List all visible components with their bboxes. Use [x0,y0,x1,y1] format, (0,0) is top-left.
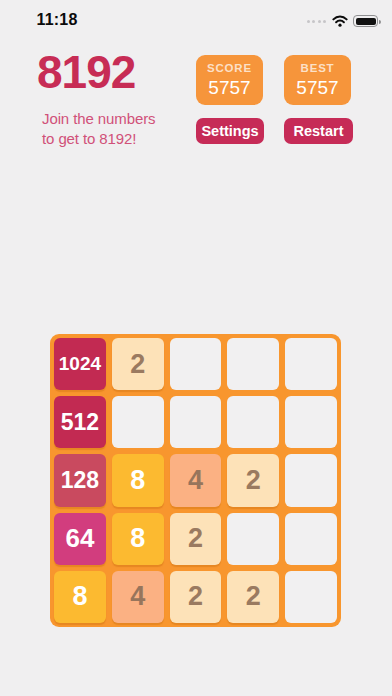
best-label: BEST [284,62,351,74]
tile-8-r4c2: 8 [112,513,164,565]
tile-2-r1c2: 2 [112,338,164,390]
tile-64-r4c1: 64 [54,513,106,565]
tile-8-r5c1: 8 [54,571,106,623]
empty-cell-r5c5 [285,571,337,623]
empty-cell-r1c4 [227,338,279,390]
empty-cell-r2c4 [227,396,279,448]
score-label: SCORE [196,62,263,74]
wifi-icon [332,15,348,27]
subtitle-line1: Join the numbers [42,110,155,127]
empty-cell-r1c3 [170,338,222,390]
best-box: BEST 5757 [284,55,351,105]
battery-tip [379,20,381,24]
empty-cell-r2c3 [170,396,222,448]
tile-128-r3c1: 128 [54,454,106,506]
tile-8-r3c2: 8 [112,454,164,506]
empty-cell-r1c5 [285,338,337,390]
tile-1024-r1c1: 1024 [54,338,106,390]
empty-cell-r4c4 [227,513,279,565]
tile-2-r5c4: 2 [227,571,279,623]
game-board[interactable]: 1024251212884264828422 [50,334,341,627]
page-title: 8192 [37,49,135,95]
empty-cell-r2c5 [285,396,337,448]
app-screen: 11:18 8192 Join the numbers to get to 81… [0,0,392,696]
cellular-signal-icon [307,20,327,23]
tile-4-r3c3: 4 [170,454,222,506]
settings-button[interactable]: Settings [196,118,264,144]
battery-icon [353,15,378,27]
empty-cell-r4c5 [285,513,337,565]
empty-cell-r3c5 [285,454,337,506]
subtitle: Join the numbers to get to 8192! [42,109,155,148]
best-value: 5757 [284,77,351,99]
tile-512-r2c1: 512 [54,396,106,448]
tile-2-r3c4: 2 [227,454,279,506]
empty-cell-r2c2 [112,396,164,448]
tile-2-r5c3: 2 [170,571,222,623]
tile-4-r5c2: 4 [112,571,164,623]
restart-button[interactable]: Restart [284,118,353,144]
tile-2-r4c3: 2 [170,513,222,565]
score-box: SCORE 5757 [196,55,263,105]
status-bar: 11:18 [0,0,392,44]
subtitle-line2: to get to 8192! [42,130,136,147]
status-icons [307,14,379,28]
score-value: 5757 [196,77,263,99]
status-time: 11:18 [34,11,80,29]
battery-fill [356,18,376,25]
